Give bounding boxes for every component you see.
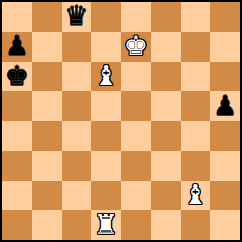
piece-white-king[interactable]: ♚ [124, 32, 148, 59]
square-g1[interactable] [181, 210, 211, 240]
square-h7[interactable] [210, 32, 240, 62]
square-c8[interactable]: ♛ [62, 2, 92, 32]
piece-black-queen[interactable]: ♛ [64, 2, 88, 29]
square-c4[interactable] [62, 121, 92, 151]
chess-board: ♛♟♚♚♝♟♝♜ [0, 0, 242, 242]
square-b7[interactable] [32, 32, 62, 62]
piece-white-rook[interactable]: ♜ [94, 211, 118, 238]
square-c3[interactable] [62, 151, 92, 181]
piece-white-bishop[interactable]: ♝ [183, 181, 207, 208]
square-a2[interactable] [2, 181, 32, 211]
square-g7[interactable] [181, 32, 211, 62]
square-h4[interactable] [210, 121, 240, 151]
square-c2[interactable] [62, 181, 92, 211]
square-a3[interactable] [2, 151, 32, 181]
square-e2[interactable] [121, 181, 151, 211]
square-d6[interactable]: ♝ [91, 62, 121, 92]
square-h6[interactable] [210, 62, 240, 92]
square-c6[interactable] [62, 62, 92, 92]
piece-white-bishop[interactable]: ♝ [94, 62, 118, 89]
square-b3[interactable] [32, 151, 62, 181]
square-f8[interactable] [151, 2, 181, 32]
square-f7[interactable] [151, 32, 181, 62]
square-e7[interactable]: ♚ [121, 32, 151, 62]
square-a7[interactable]: ♟ [2, 32, 32, 62]
square-a1[interactable] [2, 210, 32, 240]
square-g6[interactable] [181, 62, 211, 92]
square-a8[interactable] [2, 2, 32, 32]
square-d5[interactable] [91, 91, 121, 121]
square-a6[interactable]: ♚ [2, 62, 32, 92]
square-e8[interactable] [121, 2, 151, 32]
square-f2[interactable] [151, 181, 181, 211]
square-e3[interactable] [121, 151, 151, 181]
square-d7[interactable] [91, 32, 121, 62]
square-e1[interactable] [121, 210, 151, 240]
square-h5[interactable]: ♟ [210, 91, 240, 121]
square-c7[interactable] [62, 32, 92, 62]
square-d2[interactable] [91, 181, 121, 211]
square-g2[interactable]: ♝ [181, 181, 211, 211]
square-a5[interactable] [2, 91, 32, 121]
square-d4[interactable] [91, 121, 121, 151]
square-e4[interactable] [121, 121, 151, 151]
square-b2[interactable] [32, 181, 62, 211]
piece-black-pawn[interactable]: ♟ [5, 32, 29, 59]
square-c1[interactable] [62, 210, 92, 240]
square-g3[interactable] [181, 151, 211, 181]
square-g4[interactable] [181, 121, 211, 151]
square-f1[interactable] [151, 210, 181, 240]
square-e6[interactable] [121, 62, 151, 92]
square-f6[interactable] [151, 62, 181, 92]
square-g8[interactable] [181, 2, 211, 32]
square-b4[interactable] [32, 121, 62, 151]
square-b8[interactable] [32, 2, 62, 32]
piece-black-pawn[interactable]: ♟ [213, 92, 237, 119]
square-b5[interactable] [32, 91, 62, 121]
chess-board-container: ♛♟♚♚♝♟♝♜ [0, 0, 242, 242]
square-e5[interactable] [121, 91, 151, 121]
square-b1[interactable] [32, 210, 62, 240]
square-d8[interactable] [91, 2, 121, 32]
square-c5[interactable] [62, 91, 92, 121]
square-h8[interactable] [210, 2, 240, 32]
square-f4[interactable] [151, 121, 181, 151]
square-f5[interactable] [151, 91, 181, 121]
square-d1[interactable]: ♜ [91, 210, 121, 240]
square-h3[interactable] [210, 151, 240, 181]
square-f3[interactable] [151, 151, 181, 181]
square-g5[interactable] [181, 91, 211, 121]
square-h2[interactable] [210, 181, 240, 211]
piece-black-king[interactable]: ♚ [5, 62, 29, 89]
square-h1[interactable] [210, 210, 240, 240]
square-d3[interactable] [91, 151, 121, 181]
square-a4[interactable] [2, 121, 32, 151]
square-b6[interactable] [32, 62, 62, 92]
